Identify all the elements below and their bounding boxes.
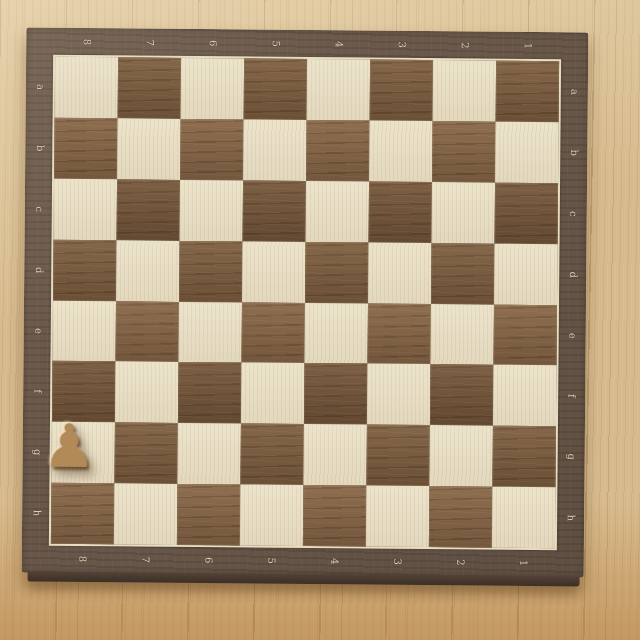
file-label-f: f <box>7 389 68 393</box>
file-label-d: d <box>542 271 603 278</box>
square-f7[interactable] <box>115 362 179 423</box>
file-label-c: c <box>542 210 603 216</box>
square-f2[interactable] <box>430 364 494 425</box>
square-g7[interactable] <box>114 423 178 484</box>
square-c2[interactable] <box>432 182 496 243</box>
square-e6[interactable] <box>178 301 242 362</box>
file-label-b: b <box>543 149 604 156</box>
square-f3[interactable] <box>367 364 431 425</box>
square-f4[interactable] <box>304 363 368 424</box>
file-label-a: a <box>543 89 604 95</box>
rank-label-8: 8 <box>81 11 92 74</box>
square-d5[interactable] <box>242 241 306 302</box>
square-g6[interactable] <box>177 423 241 484</box>
square-b4[interactable] <box>306 120 370 181</box>
board-side-edge <box>28 572 580 587</box>
square-e4[interactable] <box>304 303 368 364</box>
square-g2[interactable] <box>429 425 493 486</box>
chessboard: 87654321 87654321 abcdefgh abcdefgh ♟ <box>22 28 589 578</box>
square-g5[interactable] <box>240 424 304 485</box>
file-label-b: b <box>9 145 70 152</box>
white-pawn-g8[interactable]: ♟ <box>34 406 105 485</box>
board-frame: 87654321 87654321 abcdefgh abcdefgh ♟ <box>22 28 589 578</box>
square-d2[interactable] <box>431 243 495 304</box>
square-b6[interactable] <box>180 119 244 180</box>
file-label-d: d <box>8 266 69 273</box>
squares-grid <box>51 57 559 548</box>
rank-label-7: 7 <box>144 11 155 74</box>
file-label-h: h <box>6 510 67 517</box>
file-labels-right: abcdefgh <box>559 61 585 548</box>
square-c3[interactable] <box>369 181 433 242</box>
photo-scene: { "game": "chess", "scene": { "descripti… <box>0 0 640 640</box>
square-d7[interactable] <box>116 240 180 301</box>
square-d6[interactable] <box>179 241 243 302</box>
file-label-c: c <box>8 206 69 212</box>
square-f6[interactable] <box>178 362 242 423</box>
square-c6[interactable] <box>180 180 244 241</box>
rank-label-2: 2 <box>459 14 470 77</box>
file-label-g: g <box>540 454 601 461</box>
file-label-a: a <box>9 84 70 90</box>
square-b3[interactable] <box>369 120 433 181</box>
square-c5[interactable] <box>243 180 307 241</box>
playing-field-border <box>49 55 561 550</box>
rank-label-1: 1 <box>522 14 533 77</box>
file-label-e: e <box>541 332 602 338</box>
rank-labels-top: 87654321 <box>55 31 559 57</box>
square-g3[interactable] <box>366 425 430 486</box>
square-d4[interactable] <box>305 242 369 303</box>
square-e2[interactable] <box>430 304 494 365</box>
square-c7[interactable] <box>117 179 181 240</box>
rank-label-4: 4 <box>333 13 344 76</box>
square-b7[interactable] <box>117 118 181 179</box>
square-e7[interactable] <box>115 301 179 362</box>
square-b5[interactable] <box>243 119 307 180</box>
square-f5[interactable] <box>241 363 305 424</box>
square-g4[interactable] <box>303 424 367 485</box>
square-c4[interactable] <box>306 181 370 242</box>
square-d3[interactable] <box>368 242 432 303</box>
pawn-glyph: ♟ <box>42 415 96 475</box>
square-e3[interactable] <box>367 303 431 364</box>
rank-labels-bottom: 87654321 <box>51 548 555 574</box>
rank-label-3: 3 <box>396 13 407 76</box>
rank-label-6: 6 <box>207 12 218 75</box>
square-e5[interactable] <box>241 302 305 363</box>
square-b2[interactable] <box>432 121 496 182</box>
file-label-h: h <box>540 514 601 521</box>
file-label-e: e <box>7 327 68 333</box>
rank-label-5: 5 <box>270 12 281 75</box>
